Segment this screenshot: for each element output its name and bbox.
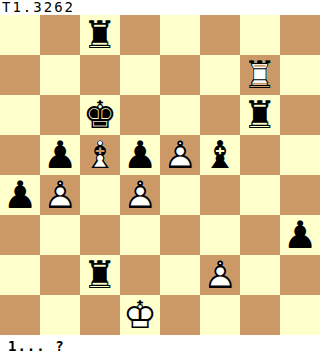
square-e4[interactable]	[160, 175, 200, 215]
black-pawn-icon[interactable]: ♟	[120, 135, 160, 175]
square-h1[interactable]	[280, 295, 320, 335]
square-e8[interactable]	[160, 15, 200, 55]
square-d5[interactable]: ♟	[120, 135, 160, 175]
square-g2[interactable]	[240, 255, 280, 295]
square-d8[interactable]	[120, 15, 160, 55]
puzzle-title: T1.3262	[2, 0, 75, 15]
square-f5[interactable]: ♝	[200, 135, 240, 175]
square-a3[interactable]	[0, 215, 40, 255]
chess-board: ♜♜♖♚♜♟♝♗♟♟♙♝♟♟♙♟♙♟♜♟♙♚♔	[0, 15, 320, 335]
square-f7[interactable]	[200, 55, 240, 95]
square-c8[interactable]: ♜	[80, 15, 120, 55]
square-g5[interactable]	[240, 135, 280, 175]
square-a2[interactable]	[0, 255, 40, 295]
square-f4[interactable]	[200, 175, 240, 215]
square-d7[interactable]	[120, 55, 160, 95]
square-f3[interactable]	[200, 215, 240, 255]
square-a4[interactable]: ♟	[0, 175, 40, 215]
square-c3[interactable]	[80, 215, 120, 255]
square-b8[interactable]	[40, 15, 80, 55]
move-prompt: 1... ?	[8, 338, 65, 354]
square-e7[interactable]	[160, 55, 200, 95]
square-f2[interactable]: ♟♙	[200, 255, 240, 295]
square-e3[interactable]	[160, 215, 200, 255]
square-h3[interactable]: ♟	[280, 215, 320, 255]
black-pawn-icon[interactable]: ♟	[40, 135, 80, 175]
square-d4[interactable]: ♟♙	[120, 175, 160, 215]
square-c5[interactable]: ♝♗	[80, 135, 120, 175]
square-a1[interactable]	[0, 295, 40, 335]
square-e2[interactable]	[160, 255, 200, 295]
square-b6[interactable]	[40, 95, 80, 135]
square-d6[interactable]	[120, 95, 160, 135]
white-pawn-icon[interactable]: ♟♙	[160, 135, 200, 175]
square-f1[interactable]	[200, 295, 240, 335]
square-h7[interactable]	[280, 55, 320, 95]
white-bishop-icon[interactable]: ♝♗	[80, 135, 120, 175]
square-f6[interactable]	[200, 95, 240, 135]
black-rook-icon[interactable]: ♜	[80, 15, 120, 55]
white-pawn-icon[interactable]: ♟♙	[120, 175, 160, 215]
square-b5[interactable]: ♟	[40, 135, 80, 175]
square-h8[interactable]	[280, 15, 320, 55]
black-pawn-icon[interactable]: ♟	[280, 215, 320, 255]
square-h2[interactable]	[280, 255, 320, 295]
square-c2[interactable]: ♜	[80, 255, 120, 295]
square-h4[interactable]	[280, 175, 320, 215]
square-c7[interactable]	[80, 55, 120, 95]
square-a5[interactable]	[0, 135, 40, 175]
square-a6[interactable]	[0, 95, 40, 135]
square-g1[interactable]	[240, 295, 280, 335]
black-rook-icon[interactable]: ♜	[80, 255, 120, 295]
square-c6[interactable]: ♚	[80, 95, 120, 135]
black-rook-icon[interactable]: ♜	[240, 95, 280, 135]
square-c4[interactable]	[80, 175, 120, 215]
white-pawn-icon[interactable]: ♟♙	[200, 255, 240, 295]
square-e1[interactable]	[160, 295, 200, 335]
square-b2[interactable]	[40, 255, 80, 295]
square-h6[interactable]	[280, 95, 320, 135]
square-a7[interactable]	[0, 55, 40, 95]
square-g3[interactable]	[240, 215, 280, 255]
white-rook-icon[interactable]: ♜♖	[240, 55, 280, 95]
square-d2[interactable]	[120, 255, 160, 295]
square-g8[interactable]	[240, 15, 280, 55]
white-king-icon[interactable]: ♚♔	[120, 295, 160, 335]
square-g6[interactable]: ♜	[240, 95, 280, 135]
square-b7[interactable]	[40, 55, 80, 95]
white-pawn-icon[interactable]: ♟♙	[40, 175, 80, 215]
square-a8[interactable]	[0, 15, 40, 55]
black-bishop-icon[interactable]: ♝	[200, 135, 240, 175]
black-king-icon[interactable]: ♚	[80, 95, 120, 135]
square-e5[interactable]: ♟♙	[160, 135, 200, 175]
square-b3[interactable]	[40, 215, 80, 255]
square-d3[interactable]	[120, 215, 160, 255]
square-g4[interactable]	[240, 175, 280, 215]
chess-puzzle-screen: T1.3262 ♜♜♖♚♜♟♝♗♟♟♙♝♟♟♙♟♙♟♜♟♙♚♔ 1... ?	[0, 0, 320, 360]
square-b4[interactable]: ♟♙	[40, 175, 80, 215]
square-g7[interactable]: ♜♖	[240, 55, 280, 95]
square-e6[interactable]	[160, 95, 200, 135]
square-c1[interactable]	[80, 295, 120, 335]
square-d1[interactable]: ♚♔	[120, 295, 160, 335]
square-b1[interactable]	[40, 295, 80, 335]
square-f8[interactable]	[200, 15, 240, 55]
black-pawn-icon[interactable]: ♟	[0, 175, 40, 215]
square-h5[interactable]	[280, 135, 320, 175]
